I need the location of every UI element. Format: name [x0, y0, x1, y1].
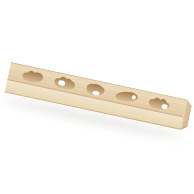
product-photo [0, 0, 194, 194]
